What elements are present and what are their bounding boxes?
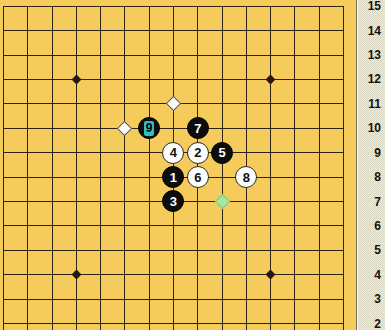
stone-white-6[interactable]: 6 [187,166,209,188]
go-app-window: 123456789 15141312111098765432 [0,0,385,330]
stone-white-8[interactable]: 8 [235,166,257,188]
row-label-6: 6 [361,219,381,233]
board-intersections: 123456789 [0,0,356,330]
row-label-11: 11 [361,97,381,111]
stone-black-3[interactable]: 3 [162,190,184,212]
star-point [266,270,276,280]
stone-black-5[interactable]: 5 [211,142,233,164]
row-coordinate-panel: 15141312111098765432 [356,0,385,330]
stone-black-1[interactable]: 1 [162,166,184,188]
marker-diamond-white [117,120,133,136]
star-point [71,270,81,280]
row-label-14: 14 [361,24,381,38]
row-label-12: 12 [361,72,381,86]
stone-black-7[interactable]: 7 [187,117,209,139]
last-move-badge: 9 [144,121,154,136]
stone-black-9[interactable]: 9 [138,117,160,139]
go-board[interactable]: 123456789 [0,0,356,330]
row-label-5: 5 [361,243,381,257]
marker-diamond-green [214,194,230,210]
row-label-10: 10 [361,121,381,135]
row-label-7: 7 [361,195,381,209]
row-label-3: 3 [361,292,381,306]
stone-white-2[interactable]: 2 [187,142,209,164]
row-label-2: 2 [361,317,381,330]
row-label-8: 8 [361,170,381,184]
row-label-4: 4 [361,268,381,282]
row-label-9: 9 [361,146,381,160]
star-point [266,74,276,84]
stone-white-4[interactable]: 4 [162,142,184,164]
row-label-13: 13 [361,48,381,62]
star-point [71,74,81,84]
marker-diamond-white [166,96,182,112]
row-label-15: 15 [361,0,381,13]
